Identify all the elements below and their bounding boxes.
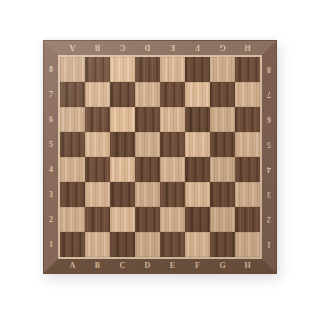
square-g1[interactable] (210, 232, 235, 257)
file-label-bottom-b: B (85, 259, 110, 273)
file-label-bottom-g: G (210, 259, 235, 273)
square-h1[interactable] (235, 232, 260, 257)
rank-label-left-7: 7 (44, 82, 58, 107)
square-f4[interactable] (185, 157, 210, 182)
rank-label-right-7: 7 (262, 82, 276, 107)
file-label-bottom-d: D (135, 259, 160, 273)
square-a1[interactable] (60, 232, 85, 257)
square-d2[interactable] (135, 207, 160, 232)
board-frame (44, 41, 276, 273)
square-f2[interactable] (185, 207, 210, 232)
board-field (60, 57, 260, 257)
square-a4[interactable] (60, 157, 85, 182)
square-b1[interactable] (85, 232, 110, 257)
file-labels-bottom: ABCDEFGH (60, 259, 260, 273)
file-label-top-g: G (210, 41, 235, 54)
rank-label-left-3: 3 (44, 182, 58, 207)
file-label-top-b: B (85, 41, 110, 54)
square-h5[interactable] (235, 132, 260, 157)
file-label-top-d: D (135, 41, 160, 54)
square-a8[interactable] (60, 57, 85, 82)
square-d1[interactable] (135, 232, 160, 257)
chess-board: ABCDEFGH ABCDEFGH 87654321 87654321 (43, 40, 277, 274)
square-h2[interactable] (235, 207, 260, 232)
square-g4[interactable] (210, 157, 235, 182)
rank-label-left-8: 8 (44, 57, 58, 82)
square-d7[interactable] (135, 82, 160, 107)
file-label-bottom-c: C (110, 259, 135, 273)
rank-label-left-4: 4 (44, 157, 58, 182)
square-b3[interactable] (85, 182, 110, 207)
rank-label-right-5: 5 (262, 132, 276, 157)
square-d8[interactable] (135, 57, 160, 82)
square-g3[interactable] (210, 182, 235, 207)
square-b6[interactable] (85, 107, 110, 132)
square-f1[interactable] (185, 232, 210, 257)
square-f3[interactable] (185, 182, 210, 207)
rank-label-right-2: 2 (262, 207, 276, 232)
rank-label-right-6: 6 (262, 107, 276, 132)
square-b7[interactable] (85, 82, 110, 107)
file-label-top-e: E (160, 41, 185, 54)
square-c1[interactable] (110, 232, 135, 257)
file-label-bottom-e: E (160, 259, 185, 273)
square-c3[interactable] (110, 182, 135, 207)
square-e4[interactable] (160, 157, 185, 182)
file-labels-top: ABCDEFGH (60, 41, 260, 54)
square-e7[interactable] (160, 82, 185, 107)
file-label-top-h: H (235, 41, 260, 54)
square-g8[interactable] (210, 57, 235, 82)
square-a2[interactable] (60, 207, 85, 232)
rank-label-right-4: 4 (262, 157, 276, 182)
square-b2[interactable] (85, 207, 110, 232)
square-e6[interactable] (160, 107, 185, 132)
square-h3[interactable] (235, 182, 260, 207)
rank-labels-left: 87654321 (44, 57, 58, 257)
square-d3[interactable] (135, 182, 160, 207)
square-a6[interactable] (60, 107, 85, 132)
square-d5[interactable] (135, 132, 160, 157)
file-label-bottom-f: F (185, 259, 210, 273)
file-label-bottom-a: A (60, 259, 85, 273)
square-h7[interactable] (235, 82, 260, 107)
square-f5[interactable] (185, 132, 210, 157)
file-label-top-f: F (185, 41, 210, 54)
rank-label-right-1: 1 (262, 232, 276, 257)
photo-canvas: ABCDEFGH ABCDEFGH 87654321 87654321 (0, 0, 320, 320)
square-b8[interactable] (85, 57, 110, 82)
square-h6[interactable] (235, 107, 260, 132)
square-c2[interactable] (110, 207, 135, 232)
rank-label-left-6: 6 (44, 107, 58, 132)
file-label-top-a: A (60, 41, 85, 54)
rank-labels-right: 87654321 (262, 57, 276, 257)
square-f6[interactable] (185, 107, 210, 132)
rank-label-left-5: 5 (44, 132, 58, 157)
square-e3[interactable] (160, 182, 185, 207)
square-g2[interactable] (210, 207, 235, 232)
square-e8[interactable] (160, 57, 185, 82)
square-c6[interactable] (110, 107, 135, 132)
file-label-top-c: C (110, 41, 135, 54)
board-inner-trim (58, 55, 262, 259)
square-a5[interactable] (60, 132, 85, 157)
square-c8[interactable] (110, 57, 135, 82)
square-c4[interactable] (110, 157, 135, 182)
square-e1[interactable] (160, 232, 185, 257)
rank-label-right-8: 8 (262, 57, 276, 82)
square-c5[interactable] (110, 132, 135, 157)
rank-label-right-3: 3 (262, 182, 276, 207)
rank-label-left-1: 1 (44, 232, 58, 257)
square-f8[interactable] (185, 57, 210, 82)
square-b5[interactable] (85, 132, 110, 157)
square-h8[interactable] (235, 57, 260, 82)
square-a7[interactable] (60, 82, 85, 107)
file-label-bottom-h: H (235, 259, 260, 273)
square-a3[interactable] (60, 182, 85, 207)
square-e2[interactable] (160, 207, 185, 232)
square-c7[interactable] (110, 82, 135, 107)
square-g6[interactable] (210, 107, 235, 132)
square-g7[interactable] (210, 82, 235, 107)
rank-label-left-2: 2 (44, 207, 58, 232)
square-f7[interactable] (185, 82, 210, 107)
square-e5[interactable] (160, 132, 185, 157)
square-b4[interactable] (85, 157, 110, 182)
square-d4[interactable] (135, 157, 160, 182)
square-d6[interactable] (135, 107, 160, 132)
square-h4[interactable] (235, 157, 260, 182)
square-g5[interactable] (210, 132, 235, 157)
